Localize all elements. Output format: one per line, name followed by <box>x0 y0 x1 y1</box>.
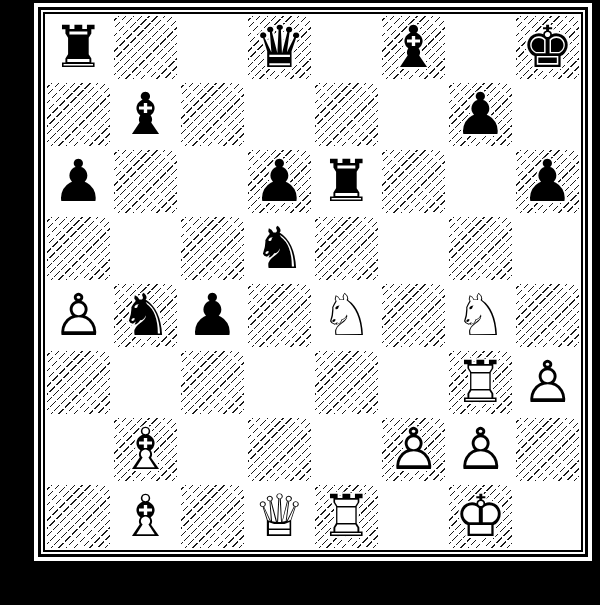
square-g7[interactable]: ♟♟ <box>447 81 514 148</box>
piece-bP-h6: ♟ <box>514 148 581 215</box>
square-e2[interactable] <box>313 416 380 483</box>
piece-bN-b4: ♞ <box>112 282 179 349</box>
square-a4[interactable]: ♟♙ <box>45 282 112 349</box>
square-h8[interactable]: ♚♚ <box>514 14 581 81</box>
square-g2[interactable]: ♟♙ <box>447 416 514 483</box>
square-g8[interactable] <box>447 14 514 81</box>
square-c5[interactable] <box>179 215 246 282</box>
square-e1[interactable]: ♜♖ <box>313 483 380 550</box>
square-g3[interactable]: ♜♖ <box>447 349 514 416</box>
piece-halo: ♛ <box>246 14 313 81</box>
square-e5[interactable] <box>313 215 380 282</box>
piece-halo: ♟ <box>447 81 514 148</box>
piece-halo: ♚ <box>447 483 514 550</box>
piece-halo: ♞ <box>447 282 514 349</box>
piece-halo: ♟ <box>447 416 514 483</box>
square-b2[interactable]: ♝♗ <box>112 416 179 483</box>
square-h4[interactable] <box>514 282 581 349</box>
piece-bK-h8: ♚ <box>514 14 581 81</box>
square-a8[interactable]: ♜♜ <box>45 14 112 81</box>
piece-halo: ♞ <box>112 282 179 349</box>
square-c2[interactable] <box>179 416 246 483</box>
square-f1[interactable] <box>380 483 447 550</box>
square-b1[interactable]: ♝♗ <box>112 483 179 550</box>
square-e4[interactable]: ♞♘ <box>313 282 380 349</box>
piece-wN-e4: ♘ <box>313 282 380 349</box>
screen: { "game": "chess", "position": { "fen": … <box>0 0 600 605</box>
square-g6[interactable] <box>447 148 514 215</box>
piece-halo: ♜ <box>45 14 112 81</box>
square-b8[interactable] <box>112 14 179 81</box>
square-a5[interactable] <box>45 215 112 282</box>
piece-halo: ♞ <box>246 215 313 282</box>
square-c1[interactable] <box>179 483 246 550</box>
piece-bQ-d8: ♛ <box>246 14 313 81</box>
piece-bR-a8: ♜ <box>45 14 112 81</box>
square-d4[interactable] <box>246 282 313 349</box>
piece-wN-g4: ♘ <box>447 282 514 349</box>
square-c7[interactable] <box>179 81 246 148</box>
square-h6[interactable]: ♟♟ <box>514 148 581 215</box>
piece-halo: ♚ <box>514 14 581 81</box>
square-h5[interactable] <box>514 215 581 282</box>
piece-wP-f2: ♙ <box>380 416 447 483</box>
piece-wQ-d1: ♕ <box>246 483 313 550</box>
square-h2[interactable] <box>514 416 581 483</box>
piece-halo: ♜ <box>313 148 380 215</box>
square-f4[interactable] <box>380 282 447 349</box>
piece-halo: ♟ <box>179 282 246 349</box>
square-f7[interactable] <box>380 81 447 148</box>
chess-board: ♜♜♛♛♝♝♚♚♝♝♟♟♟♟♟♟♜♜♟♟♞♞♟♙♞♞♟♟♞♘♞♘♜♖♟♙♝♗♟♙… <box>43 12 583 552</box>
piece-bP-d6: ♟ <box>246 148 313 215</box>
piece-halo: ♝ <box>112 81 179 148</box>
square-g1[interactable]: ♚♔ <box>447 483 514 550</box>
square-f8[interactable]: ♝♝ <box>380 14 447 81</box>
piece-wP-h3: ♙ <box>514 349 581 416</box>
square-b6[interactable] <box>112 148 179 215</box>
piece-halo: ♛ <box>246 483 313 550</box>
square-a6[interactable]: ♟♟ <box>45 148 112 215</box>
square-d3[interactable] <box>246 349 313 416</box>
piece-bR-e6: ♜ <box>313 148 380 215</box>
square-c8[interactable] <box>179 14 246 81</box>
piece-wB-b1: ♗ <box>112 483 179 550</box>
square-e8[interactable] <box>313 14 380 81</box>
square-a3[interactable] <box>45 349 112 416</box>
piece-wR-g3: ♖ <box>447 349 514 416</box>
square-g5[interactable] <box>447 215 514 282</box>
square-f2[interactable]: ♟♙ <box>380 416 447 483</box>
piece-bP-a6: ♟ <box>45 148 112 215</box>
square-e6[interactable]: ♜♜ <box>313 148 380 215</box>
square-h7[interactable] <box>514 81 581 148</box>
piece-bB-f8: ♝ <box>380 14 447 81</box>
square-a2[interactable] <box>45 416 112 483</box>
square-d7[interactable] <box>246 81 313 148</box>
square-h3[interactable]: ♟♙ <box>514 349 581 416</box>
square-g4[interactable]: ♞♘ <box>447 282 514 349</box>
piece-wB-b2: ♗ <box>112 416 179 483</box>
square-b4[interactable]: ♞♞ <box>112 282 179 349</box>
square-a1[interactable] <box>45 483 112 550</box>
square-c3[interactable] <box>179 349 246 416</box>
board-frame: ♜♜♛♛♝♝♚♚♝♝♟♟♟♟♟♟♜♜♟♟♞♞♟♙♞♞♟♟♞♘♞♘♜♖♟♙♝♗♟♙… <box>38 7 588 557</box>
square-f5[interactable] <box>380 215 447 282</box>
piece-wK-g1: ♔ <box>447 483 514 550</box>
square-c4[interactable]: ♟♟ <box>179 282 246 349</box>
piece-halo: ♟ <box>514 148 581 215</box>
piece-halo: ♟ <box>380 416 447 483</box>
square-e3[interactable] <box>313 349 380 416</box>
board-panel: ♜♜♛♛♝♝♚♚♝♝♟♟♟♟♟♟♜♜♟♟♞♞♟♙♞♞♟♟♞♘♞♘♜♖♟♙♝♗♟♙… <box>34 3 592 561</box>
piece-bP-g7: ♟ <box>447 81 514 148</box>
piece-halo: ♝ <box>112 416 179 483</box>
piece-halo: ♟ <box>45 148 112 215</box>
piece-halo: ♟ <box>246 148 313 215</box>
square-d8[interactable]: ♛♛ <box>246 14 313 81</box>
piece-halo: ♝ <box>380 14 447 81</box>
square-b7[interactable]: ♝♝ <box>112 81 179 148</box>
square-b5[interactable] <box>112 215 179 282</box>
square-f3[interactable] <box>380 349 447 416</box>
piece-wR-e1: ♖ <box>313 483 380 550</box>
square-d6[interactable]: ♟♟ <box>246 148 313 215</box>
square-d5[interactable]: ♞♞ <box>246 215 313 282</box>
square-a7[interactable] <box>45 81 112 148</box>
piece-bB-b7: ♝ <box>112 81 179 148</box>
piece-bP-c4: ♟ <box>179 282 246 349</box>
piece-halo: ♜ <box>447 349 514 416</box>
piece-halo: ♜ <box>313 483 380 550</box>
square-d2[interactable] <box>246 416 313 483</box>
piece-halo: ♟ <box>514 349 581 416</box>
piece-bN-d5: ♞ <box>246 215 313 282</box>
piece-halo: ♞ <box>313 282 380 349</box>
square-c6[interactable] <box>179 148 246 215</box>
square-e7[interactable] <box>313 81 380 148</box>
square-h1[interactable] <box>514 483 581 550</box>
square-d1[interactable]: ♛♕ <box>246 483 313 550</box>
square-b3[interactable] <box>112 349 179 416</box>
piece-wP-a4: ♙ <box>45 282 112 349</box>
piece-wP-g2: ♙ <box>447 416 514 483</box>
piece-halo: ♟ <box>45 282 112 349</box>
piece-halo: ♝ <box>112 483 179 550</box>
square-f6[interactable] <box>380 148 447 215</box>
